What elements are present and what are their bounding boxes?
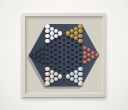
scene-background <box>0 0 128 110</box>
board-hole[interactable] <box>46 58 49 61</box>
board-hole[interactable] <box>67 66 70 69</box>
board-hole[interactable] <box>63 39 66 42</box>
marble-gold[interactable] <box>66 31 70 35</box>
marble-cream[interactable] <box>45 72 49 76</box>
board-hole[interactable] <box>79 58 82 61</box>
board-hole[interactable] <box>58 56 61 59</box>
board-hole[interactable] <box>75 46 78 49</box>
marble-white[interactable] <box>58 31 62 35</box>
marble-gold[interactable] <box>78 24 82 28</box>
board-hole[interactable] <box>58 46 61 49</box>
marble-white[interactable] <box>50 27 54 31</box>
board-hole[interactable] <box>46 44 49 47</box>
board-hole[interactable] <box>58 61 61 64</box>
board-hole[interactable] <box>54 54 57 57</box>
board-hole[interactable] <box>71 39 74 42</box>
marble-navy[interactable] <box>41 55 45 59</box>
board-hole[interactable] <box>79 54 82 57</box>
marble-cream[interactable] <box>45 81 49 85</box>
marble-red[interactable] <box>91 55 95 59</box>
board-hole[interactable] <box>71 68 74 71</box>
marble-cream[interactable] <box>50 70 54 74</box>
board-hole[interactable] <box>79 44 82 47</box>
board-hole[interactable] <box>67 37 70 40</box>
marble-cream[interactable] <box>45 67 49 71</box>
marble-cream[interactable] <box>50 79 54 83</box>
board-hole[interactable] <box>67 42 70 45</box>
board-hole[interactable] <box>50 42 53 45</box>
marble-gray[interactable] <box>66 74 70 78</box>
board-hole[interactable] <box>58 70 61 73</box>
marble-red[interactable] <box>87 58 91 62</box>
board-hole[interactable] <box>75 51 78 54</box>
marble-red[interactable] <box>83 51 87 55</box>
board-hole[interactable] <box>67 56 70 59</box>
marble-gray[interactable] <box>78 72 82 76</box>
board-hole[interactable] <box>58 37 61 40</box>
board-hole[interactable] <box>63 58 66 61</box>
marble-cream[interactable] <box>54 77 58 81</box>
board-hole[interactable] <box>46 49 49 52</box>
board-hole[interactable] <box>71 58 74 61</box>
board-hole[interactable] <box>54 44 57 47</box>
board-hole[interactable] <box>71 49 74 52</box>
board-hole[interactable] <box>54 39 57 42</box>
board-hole[interactable] <box>75 42 78 45</box>
board-hole[interactable] <box>67 51 70 54</box>
marble-cream[interactable] <box>50 74 54 78</box>
board-hole[interactable] <box>63 73 66 76</box>
board-hole[interactable] <box>79 49 82 52</box>
marble-red[interactable] <box>87 53 91 57</box>
marble-red[interactable] <box>95 53 99 57</box>
board-hole[interactable] <box>63 35 66 38</box>
board-hole[interactable] <box>67 46 70 49</box>
marble-gray[interactable] <box>78 77 82 81</box>
board-hole[interactable] <box>71 63 74 66</box>
marble-gold[interactable] <box>78 29 82 33</box>
board-hole[interactable] <box>67 70 70 73</box>
board-hole[interactable] <box>71 54 74 57</box>
board-hole[interactable] <box>50 61 53 64</box>
board-hole[interactable] <box>46 54 49 57</box>
marble-white[interactable] <box>50 31 54 35</box>
board-hole[interactable] <box>54 63 57 66</box>
marble-navy[interactable] <box>33 51 37 55</box>
marble-navy[interactable] <box>41 60 45 64</box>
board-hole[interactable] <box>58 42 61 45</box>
board-hole[interactable] <box>50 51 53 54</box>
board-hole[interactable] <box>75 61 78 64</box>
board-hole[interactable] <box>58 66 61 69</box>
board-hole[interactable] <box>63 63 66 66</box>
marble-white[interactable] <box>45 39 49 43</box>
board-hole[interactable] <box>54 68 57 71</box>
marble-navy[interactable] <box>41 46 45 50</box>
marble-cream[interactable] <box>54 72 58 76</box>
marble-gray[interactable] <box>78 81 82 85</box>
board-hole[interactable] <box>54 49 57 52</box>
board-hole[interactable] <box>63 68 66 71</box>
board-hole[interactable] <box>54 58 57 61</box>
marble-white[interactable] <box>45 24 49 28</box>
marble-white[interactable] <box>45 34 49 38</box>
board-hole[interactable] <box>50 46 53 49</box>
board-hole[interactable] <box>67 61 70 64</box>
board-hole[interactable] <box>79 63 82 66</box>
board-hole[interactable] <box>63 54 66 57</box>
board-hole[interactable] <box>71 44 74 47</box>
marble-red[interactable] <box>83 46 87 50</box>
marble-gold[interactable] <box>78 34 82 38</box>
board-hole[interactable] <box>50 66 53 69</box>
board-hole[interactable] <box>75 66 78 69</box>
board-hole[interactable] <box>50 56 53 59</box>
marble-gray[interactable] <box>78 67 82 71</box>
board-hole[interactable] <box>75 56 78 59</box>
marble-red[interactable] <box>91 51 95 55</box>
marble-gold[interactable] <box>78 39 82 43</box>
board-hole[interactable] <box>58 51 61 54</box>
board-hole[interactable] <box>63 49 66 52</box>
board-hole[interactable] <box>63 44 66 47</box>
holes-layer <box>0 0 128 110</box>
marble-cream[interactable] <box>58 74 62 78</box>
marble-white[interactable] <box>45 29 49 33</box>
marble-white[interactable] <box>50 36 54 40</box>
marble-white[interactable] <box>54 34 58 38</box>
marble-navy[interactable] <box>41 51 45 55</box>
marble-red[interactable] <box>83 60 87 64</box>
marble-cream[interactable] <box>45 77 49 81</box>
board-hole[interactable] <box>46 63 49 66</box>
